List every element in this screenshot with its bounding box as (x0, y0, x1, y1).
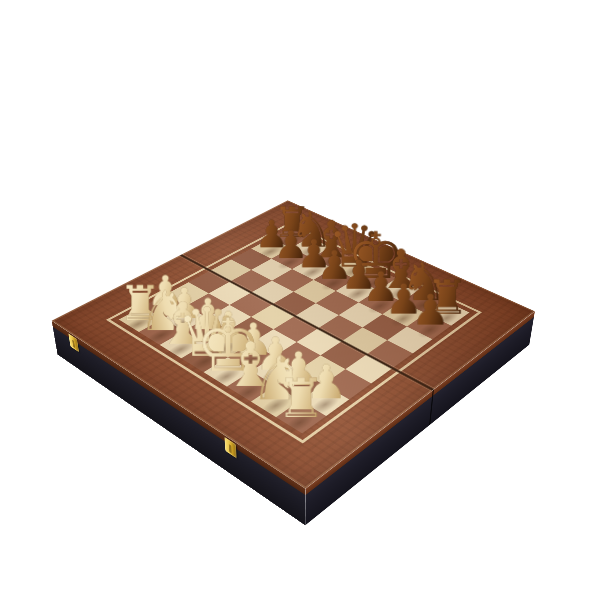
piece-white-rook: ♜ (273, 319, 328, 417)
product-photo: ♜♟♟♜♞♟♟♞♝♟♟♝♛♟♟♛♚♟♟♚♝♟♟♝♞♟♟♞♜♟♟♜ (0, 0, 600, 600)
chess-board: ♜♟♟♜♞♟♟♞♝♟♟♝♛♟♟♛♚♟♟♚♝♟♟♝♞♟♟♞♜♟♟♜ (52, 200, 535, 489)
square-g6 (363, 314, 407, 340)
square-h5 (367, 340, 413, 368)
piece-black-pawn: ♟ (405, 238, 454, 325)
square-h6 (387, 327, 432, 354)
